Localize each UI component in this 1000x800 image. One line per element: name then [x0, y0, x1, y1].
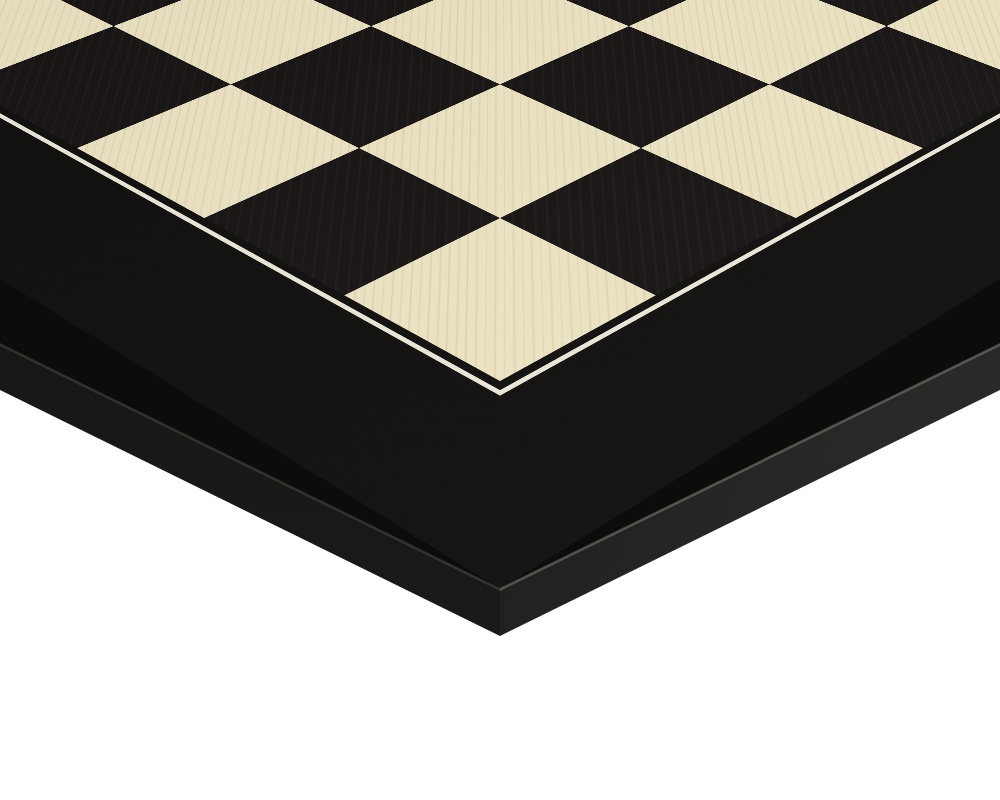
product-photo-scene	[0, 0, 1000, 800]
chess-board	[0, 0, 1000, 591]
